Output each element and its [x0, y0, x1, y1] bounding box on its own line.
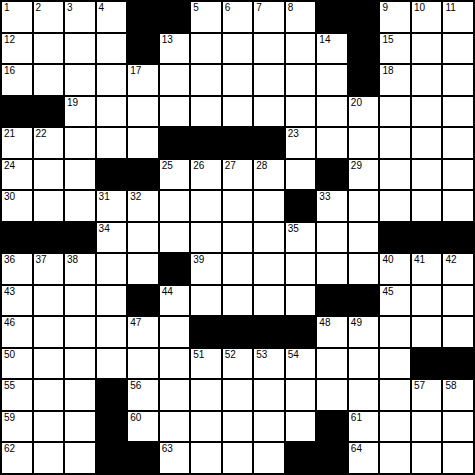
white-cell-r1c8[interactable] [254, 34, 284, 64]
white-cell-r0c14[interactable]: 11 [443, 2, 473, 32]
clue-number-31: 31 [99, 191, 110, 203]
white-cell-r7c3[interactable]: 34 [97, 223, 127, 253]
black-cell-r14c4 [128, 443, 158, 473]
white-cell-r11c2[interactable] [65, 349, 95, 379]
white-cell-r14c13[interactable] [412, 443, 442, 473]
white-cell-r7c9[interactable]: 35 [286, 223, 316, 253]
black-cell-r4c6 [191, 128, 221, 158]
white-cell-r7c7[interactable] [223, 223, 253, 253]
white-cell-r0c9[interactable]: 8 [286, 2, 316, 32]
clue-number-4: 4 [99, 2, 105, 14]
clue-number-22: 22 [36, 128, 47, 140]
white-cell-r0c1[interactable]: 2 [34, 2, 64, 32]
clue-number-2: 2 [36, 2, 42, 14]
white-cell-r2c7[interactable] [223, 65, 253, 95]
white-cell-r14c0[interactable]: 62 [2, 443, 32, 473]
white-cell-r9c9[interactable] [286, 286, 316, 316]
clue-number-64: 64 [351, 443, 362, 455]
white-cell-r8c4[interactable] [128, 254, 158, 284]
white-cell-r10c10[interactable]: 48 [317, 317, 347, 347]
white-cell-r3c2[interactable]: 19 [65, 97, 95, 127]
white-cell-r11c3[interactable] [97, 349, 127, 379]
clue-number-46: 46 [4, 317, 15, 329]
clue-number-47: 47 [130, 317, 141, 329]
white-cell-r3c4[interactable] [128, 97, 158, 127]
black-cell-r10c9 [286, 317, 316, 347]
clue-number-10: 10 [414, 2, 425, 14]
white-cell-r1c12[interactable]: 15 [380, 34, 410, 64]
white-cell-r6c5[interactable] [160, 191, 190, 221]
white-cell-r4c3[interactable] [97, 128, 127, 158]
white-cell-r5c12[interactable] [380, 160, 410, 190]
white-cell-r8c14[interactable]: 42 [443, 254, 473, 284]
black-cell-r5c3 [97, 160, 127, 190]
white-cell-r12c12[interactable] [380, 380, 410, 410]
white-cell-r10c0[interactable]: 46 [2, 317, 32, 347]
white-cell-r12c8[interactable] [254, 380, 284, 410]
white-cell-r13c9[interactable] [286, 412, 316, 442]
white-cell-r12c0[interactable]: 55 [2, 380, 32, 410]
white-cell-r6c10[interactable]: 33 [317, 191, 347, 221]
clue-number-7: 7 [256, 2, 262, 14]
black-cell-r0c10 [317, 2, 347, 32]
white-cell-r11c7[interactable]: 52 [223, 349, 253, 379]
white-cell-r2c6[interactable] [191, 65, 221, 95]
clue-number-57: 57 [414, 380, 425, 392]
clue-number-36: 36 [4, 254, 15, 266]
black-cell-r13c10 [317, 412, 347, 442]
white-cell-r9c0[interactable]: 43 [2, 286, 32, 316]
white-cell-r0c3[interactable]: 4 [97, 2, 127, 32]
black-cell-r7c0 [2, 223, 32, 253]
clue-number-21: 21 [4, 128, 15, 140]
white-cell-r10c1[interactable] [34, 317, 64, 347]
black-cell-r14c9 [286, 443, 316, 473]
white-cell-r14c7[interactable] [223, 443, 253, 473]
white-cell-r6c7[interactable] [223, 191, 253, 221]
clue-number-25: 25 [162, 160, 173, 172]
white-cell-r13c14[interactable] [443, 412, 473, 442]
white-cell-r9c2[interactable] [65, 286, 95, 316]
clue-number-43: 43 [4, 286, 15, 298]
white-cell-r2c14[interactable] [443, 65, 473, 95]
black-cell-r3c1 [34, 97, 64, 127]
white-cell-r3c5[interactable] [160, 97, 190, 127]
clue-number-12: 12 [4, 34, 15, 46]
white-cell-r5c7[interactable]: 27 [223, 160, 253, 190]
white-cell-r1c10[interactable]: 14 [317, 34, 347, 64]
white-cell-r1c6[interactable] [191, 34, 221, 64]
white-cell-r13c4[interactable]: 60 [128, 412, 158, 442]
white-cell-r1c3[interactable] [97, 34, 127, 64]
white-cell-r14c8[interactable] [254, 443, 284, 473]
clue-number-39: 39 [193, 254, 204, 266]
black-cell-r1c11 [349, 34, 379, 64]
white-cell-r4c11[interactable] [349, 128, 379, 158]
black-cell-r4c5 [160, 128, 190, 158]
clue-number-35: 35 [288, 223, 299, 235]
white-cell-r12c2[interactable] [65, 380, 95, 410]
clue-number-34: 34 [99, 223, 110, 235]
clue-number-58: 58 [445, 380, 456, 392]
white-cell-r6c12[interactable] [380, 191, 410, 221]
white-cell-r14c6[interactable] [191, 443, 221, 473]
black-cell-r7c14 [443, 223, 473, 253]
white-cell-r6c0[interactable]: 30 [2, 191, 32, 221]
white-cell-r13c13[interactable] [412, 412, 442, 442]
white-cell-r7c10[interactable] [317, 223, 347, 253]
clue-number-18: 18 [382, 65, 393, 77]
white-cell-r10c3[interactable] [97, 317, 127, 347]
white-cell-r8c2[interactable]: 38 [65, 254, 95, 284]
white-cell-r3c9[interactable] [286, 97, 316, 127]
white-cell-r9c1[interactable] [34, 286, 64, 316]
white-cell-r6c4[interactable]: 32 [128, 191, 158, 221]
white-cell-r2c2[interactable] [65, 65, 95, 95]
clue-number-13: 13 [162, 34, 173, 46]
black-cell-r7c1 [34, 223, 64, 253]
white-cell-r5c8[interactable]: 28 [254, 160, 284, 190]
clue-number-14: 14 [319, 34, 330, 46]
white-cell-r12c1[interactable] [34, 380, 64, 410]
white-cell-r2c12[interactable]: 18 [380, 65, 410, 95]
black-cell-r7c12 [380, 223, 410, 253]
white-cell-r8c1[interactable]: 37 [34, 254, 64, 284]
white-cell-r5c11[interactable]: 29 [349, 160, 379, 190]
white-cell-r8c0[interactable]: 36 [2, 254, 32, 284]
white-cell-r6c6[interactable] [191, 191, 221, 221]
white-cell-r4c12[interactable] [380, 128, 410, 158]
white-cell-r6c8[interactable] [254, 191, 284, 221]
clue-number-23: 23 [288, 128, 299, 140]
white-cell-r12c9[interactable] [286, 380, 316, 410]
white-cell-r4c4[interactable] [128, 128, 158, 158]
white-cell-r11c5[interactable] [160, 349, 190, 379]
white-cell-r7c6[interactable] [191, 223, 221, 253]
white-cell-r9c7[interactable] [223, 286, 253, 316]
clue-number-38: 38 [67, 254, 78, 266]
black-cell-r5c4 [128, 160, 158, 190]
white-cell-r9c13[interactable] [412, 286, 442, 316]
clue-number-6: 6 [225, 2, 231, 14]
white-cell-r5c14[interactable] [443, 160, 473, 190]
white-cell-r5c0[interactable]: 24 [2, 160, 32, 190]
white-cell-r2c9[interactable] [286, 65, 316, 95]
white-cell-r11c9[interactable]: 54 [286, 349, 316, 379]
white-cell-r8c10[interactable] [317, 254, 347, 284]
black-cell-r14c10 [317, 443, 347, 473]
black-cell-r11c14 [443, 349, 473, 379]
clue-number-32: 32 [130, 191, 141, 203]
white-cell-r2c13[interactable] [412, 65, 442, 95]
clue-number-63: 63 [162, 443, 173, 455]
white-cell-r5c6[interactable]: 26 [191, 160, 221, 190]
white-cell-r7c4[interactable] [128, 223, 158, 253]
clue-number-27: 27 [225, 160, 236, 172]
clue-number-53: 53 [256, 349, 267, 361]
white-cell-r1c5[interactable]: 13 [160, 34, 190, 64]
white-cell-r2c5[interactable] [160, 65, 190, 95]
white-cell-r12c7[interactable] [223, 380, 253, 410]
white-cell-r10c13[interactable] [412, 317, 442, 347]
white-cell-r2c0[interactable]: 16 [2, 65, 32, 95]
white-cell-r12c6[interactable] [191, 380, 221, 410]
black-cell-r6c9 [286, 191, 316, 221]
white-cell-r7c11[interactable] [349, 223, 379, 253]
white-cell-r0c2[interactable]: 3 [65, 2, 95, 32]
white-cell-r8c13[interactable]: 41 [412, 254, 442, 284]
clue-number-9: 9 [382, 2, 388, 14]
clue-number-54: 54 [288, 349, 299, 361]
black-cell-r3c0 [2, 97, 32, 127]
white-cell-r0c7[interactable]: 6 [223, 2, 253, 32]
white-cell-r1c9[interactable] [286, 34, 316, 64]
white-cell-r10c14[interactable] [443, 317, 473, 347]
white-cell-r6c14[interactable] [443, 191, 473, 221]
clue-number-24: 24 [4, 160, 15, 172]
white-cell-r11c0[interactable]: 50 [2, 349, 32, 379]
clue-number-60: 60 [130, 412, 141, 424]
white-cell-r0c12[interactable]: 9 [380, 2, 410, 32]
white-cell-r5c9[interactable] [286, 160, 316, 190]
black-cell-r9c10 [317, 286, 347, 316]
clue-number-29: 29 [351, 160, 362, 172]
white-cell-r14c5[interactable]: 63 [160, 443, 190, 473]
clue-number-50: 50 [4, 349, 15, 361]
white-cell-r13c8[interactable] [254, 412, 284, 442]
black-cell-r9c11 [349, 286, 379, 316]
clue-number-44: 44 [162, 286, 173, 298]
white-cell-r1c13[interactable] [412, 34, 442, 64]
white-cell-r1c7[interactable] [223, 34, 253, 64]
white-cell-r9c14[interactable] [443, 286, 473, 316]
white-cell-r1c1[interactable] [34, 34, 64, 64]
black-cell-r9c4 [128, 286, 158, 316]
white-cell-r8c8[interactable] [254, 254, 284, 284]
black-cell-r14c3 [97, 443, 127, 473]
white-cell-r1c0[interactable]: 12 [2, 34, 32, 64]
clue-number-62: 62 [4, 443, 15, 455]
white-cell-r4c14[interactable] [443, 128, 473, 158]
white-cell-r9c8[interactable] [254, 286, 284, 316]
white-cell-r5c5[interactable]: 25 [160, 160, 190, 190]
white-cell-r5c1[interactable] [34, 160, 64, 190]
white-cell-r12c14[interactable]: 58 [443, 380, 473, 410]
white-cell-r4c9[interactable]: 23 [286, 128, 316, 158]
white-cell-r9c3[interactable] [97, 286, 127, 316]
clue-number-30: 30 [4, 191, 15, 203]
clue-number-33: 33 [319, 191, 330, 203]
white-cell-r12c4[interactable]: 56 [128, 380, 158, 410]
white-cell-r0c0[interactable]: 1 [2, 2, 32, 32]
clue-number-56: 56 [130, 380, 141, 392]
clue-number-17: 17 [130, 65, 141, 77]
black-cell-r10c8 [254, 317, 284, 347]
white-cell-r11c4[interactable] [128, 349, 158, 379]
clue-number-41: 41 [414, 254, 425, 266]
white-cell-r4c10[interactable] [317, 128, 347, 158]
clue-number-8: 8 [288, 2, 294, 14]
white-cell-r10c2[interactable] [65, 317, 95, 347]
clue-number-16: 16 [4, 65, 15, 77]
black-cell-r13c3 [97, 412, 127, 442]
black-cell-r7c2 [65, 223, 95, 253]
white-cell-r4c0[interactable]: 21 [2, 128, 32, 158]
white-cell-r9c5[interactable]: 44 [160, 286, 190, 316]
white-cell-r11c11[interactable] [349, 349, 379, 379]
clue-number-15: 15 [382, 34, 393, 46]
clue-number-59: 59 [4, 412, 15, 424]
black-cell-r1c4 [128, 34, 158, 64]
clue-number-52: 52 [225, 349, 236, 361]
clue-number-37: 37 [36, 254, 47, 266]
clue-number-3: 3 [67, 2, 73, 14]
white-cell-r7c8[interactable] [254, 223, 284, 253]
white-cell-r9c6[interactable] [191, 286, 221, 316]
white-cell-r3c3[interactable] [97, 97, 127, 127]
black-cell-r4c8 [254, 128, 284, 158]
white-cell-r12c5[interactable] [160, 380, 190, 410]
clue-number-51: 51 [193, 349, 204, 361]
clue-number-55: 55 [4, 380, 15, 392]
white-cell-r12c13[interactable]: 57 [412, 380, 442, 410]
white-cell-r8c7[interactable] [223, 254, 253, 284]
white-cell-r14c14[interactable] [443, 443, 473, 473]
white-cell-r8c11[interactable] [349, 254, 379, 284]
black-cell-r10c6 [191, 317, 221, 347]
clue-number-48: 48 [319, 317, 330, 329]
clue-number-11: 11 [445, 2, 455, 14]
clue-number-42: 42 [445, 254, 456, 266]
white-cell-r1c14[interactable] [443, 34, 473, 64]
clue-number-19: 19 [67, 97, 78, 109]
clue-number-5: 5 [193, 2, 199, 14]
black-cell-r0c5 [160, 2, 190, 32]
white-cell-r13c0[interactable]: 59 [2, 412, 32, 442]
white-cell-r5c2[interactable] [65, 160, 95, 190]
black-cell-r4c7 [223, 128, 253, 158]
clue-number-40: 40 [382, 254, 393, 266]
black-cell-r0c4 [128, 2, 158, 32]
clue-number-20: 20 [351, 97, 362, 109]
clue-number-61: 61 [351, 412, 362, 424]
white-cell-r13c12[interactable] [380, 412, 410, 442]
white-cell-r2c3[interactable] [97, 65, 127, 95]
white-cell-r10c11[interactable]: 49 [349, 317, 379, 347]
black-cell-r7c13 [412, 223, 442, 253]
white-cell-r3c10[interactable] [317, 97, 347, 127]
white-cell-r13c11[interactable]: 61 [349, 412, 379, 442]
white-cell-r12c11[interactable] [349, 380, 379, 410]
white-cell-r1c2[interactable] [65, 34, 95, 64]
white-cell-r11c6[interactable]: 51 [191, 349, 221, 379]
white-cell-r13c5[interactable] [160, 412, 190, 442]
white-cell-r13c2[interactable] [65, 412, 95, 442]
white-cell-r13c1[interactable] [34, 412, 64, 442]
white-cell-r2c1[interactable] [34, 65, 64, 95]
white-cell-r14c11[interactable]: 64 [349, 443, 379, 473]
clue-number-1: 1 [4, 2, 10, 14]
white-cell-r8c6[interactable]: 39 [191, 254, 221, 284]
clue-number-45: 45 [382, 286, 393, 298]
white-cell-r14c12[interactable] [380, 443, 410, 473]
white-cell-r2c8[interactable] [254, 65, 284, 95]
white-cell-r3c12[interactable] [380, 97, 410, 127]
white-cell-r6c3[interactable]: 31 [97, 191, 127, 221]
clue-number-49: 49 [351, 317, 362, 329]
white-cell-r4c13[interactable] [412, 128, 442, 158]
white-cell-r0c6[interactable]: 5 [191, 2, 221, 32]
white-cell-r6c11[interactable] [349, 191, 379, 221]
white-cell-r4c1[interactable]: 22 [34, 128, 64, 158]
white-cell-r2c4[interactable]: 17 [128, 65, 158, 95]
white-cell-r3c8[interactable] [254, 97, 284, 127]
black-cell-r12c3 [97, 380, 127, 410]
white-cell-r2c10[interactable] [317, 65, 347, 95]
black-cell-r10c7 [223, 317, 253, 347]
clue-number-26: 26 [193, 160, 204, 172]
white-cell-r8c12[interactable]: 40 [380, 254, 410, 284]
white-cell-r13c6[interactable] [191, 412, 221, 442]
white-cell-r9c12[interactable]: 45 [380, 286, 410, 316]
black-cell-r0c11 [349, 2, 379, 32]
white-cell-r7c5[interactable] [160, 223, 190, 253]
white-cell-r10c5[interactable] [160, 317, 190, 347]
white-cell-r11c1[interactable] [34, 349, 64, 379]
white-cell-r14c1[interactable] [34, 443, 64, 473]
black-cell-r8c5 [160, 254, 190, 284]
white-cell-r0c13[interactable]: 10 [412, 2, 442, 32]
white-cell-r8c3[interactable] [97, 254, 127, 284]
white-cell-r3c13[interactable] [412, 97, 442, 127]
clue-number-28: 28 [256, 160, 267, 172]
black-cell-r2c11 [349, 65, 379, 95]
black-cell-r11c13 [412, 349, 442, 379]
white-cell-r6c1[interactable] [34, 191, 64, 221]
white-cell-r10c12[interactable] [380, 317, 410, 347]
crossword-board: 1234567891011121314151617181920212223242… [0, 0, 475, 475]
white-cell-r13c7[interactable] [223, 412, 253, 442]
white-cell-r12c10[interactable] [317, 380, 347, 410]
white-cell-r4c2[interactable] [65, 128, 95, 158]
black-cell-r5c10 [317, 160, 347, 190]
white-cell-r3c6[interactable] [191, 97, 221, 127]
white-cell-r11c12[interactable] [380, 349, 410, 379]
white-cell-r5c13[interactable] [412, 160, 442, 190]
white-cell-r11c10[interactable] [317, 349, 347, 379]
white-cell-r10c4[interactable]: 47 [128, 317, 158, 347]
white-cell-r3c14[interactable] [443, 97, 473, 127]
white-cell-r11c8[interactable]: 53 [254, 349, 284, 379]
white-cell-r0c8[interactable]: 7 [254, 2, 284, 32]
white-cell-r3c11[interactable]: 20 [349, 97, 379, 127]
white-cell-r8c9[interactable] [286, 254, 316, 284]
white-cell-r6c13[interactable] [412, 191, 442, 221]
white-cell-r3c7[interactable] [223, 97, 253, 127]
white-cell-r14c2[interactable] [65, 443, 95, 473]
white-cell-r6c2[interactable] [65, 191, 95, 221]
